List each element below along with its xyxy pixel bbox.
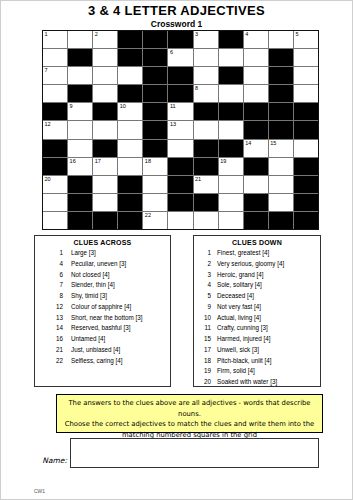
grid-cell[interactable]: 14 — [244, 140, 268, 157]
clue-number: 15 — [194, 334, 211, 345]
grid-cell[interactable] — [143, 194, 167, 211]
grid-cell-black — [68, 176, 92, 193]
clue-text: Large [3] — [71, 248, 96, 259]
clue-number: 9 — [194, 302, 211, 313]
grid-cell-black — [118, 176, 142, 193]
grid-cell-black — [194, 103, 218, 120]
grid-cell-black — [168, 158, 192, 175]
clues-across-list: 1Large [3]4Peculiar, uneven [3]6Not clos… — [35, 248, 170, 366]
grid-cell-black — [244, 121, 268, 138]
cell-number: 10 — [120, 103, 126, 109]
clue-text: Actual, living [4] — [217, 313, 261, 324]
grid-cell[interactable] — [219, 176, 243, 193]
clues-down-box: CLUES DOWN 1Finest, greatest [4]2Very se… — [193, 235, 321, 387]
grid-cell[interactable]: 20 — [43, 176, 67, 193]
clue-number: 17 — [194, 345, 211, 356]
clue-number: 3 — [194, 270, 211, 281]
grid-cell-black — [294, 194, 318, 211]
grid-cell-black — [43, 103, 67, 120]
grid-cell-black — [143, 121, 167, 138]
grid-cell[interactable]: 21 — [194, 176, 218, 193]
grid-cell[interactable]: 2 — [93, 31, 117, 48]
cell-number: 4 — [245, 31, 248, 37]
grid-cell-black — [219, 67, 243, 84]
grid-cell-black — [294, 158, 318, 175]
grid-cell[interactable] — [118, 67, 142, 84]
clue-item: 19Firm, solid [4] — [194, 366, 320, 377]
cell-number: 17 — [95, 158, 101, 164]
clue-text: Shy, timid [3] — [71, 291, 107, 302]
grid-cell-black — [269, 67, 293, 84]
grid-cell[interactable] — [43, 212, 67, 229]
clue-item: 15Harmed, injured [4] — [194, 334, 320, 345]
grid-cell-black — [194, 140, 218, 157]
grid-cell[interactable]: 18 — [143, 158, 167, 175]
cell-number: 20 — [45, 176, 51, 182]
grid-cell-black — [269, 212, 293, 229]
grid-cell[interactable]: 22 — [143, 212, 167, 229]
clue-text: Deceased [4] — [217, 291, 254, 302]
clue-item: 18Pitch-black, unlit [4] — [194, 356, 320, 367]
cell-number: 22 — [145, 212, 151, 218]
grid-cell[interactable] — [244, 49, 268, 66]
clue-number: 18 — [194, 356, 211, 367]
clue-text: Peculiar, uneven [3] — [71, 259, 126, 270]
grid-cell-black — [68, 85, 92, 102]
grid-cell-black — [43, 140, 67, 157]
grid-cell[interactable] — [93, 85, 117, 102]
grid-cell-black — [219, 140, 243, 157]
grid-cell[interactable] — [294, 67, 318, 84]
grid-cell[interactable] — [168, 140, 192, 157]
grid-cell[interactable] — [93, 176, 117, 193]
clue-number: 1 — [35, 248, 63, 259]
grid-cell[interactable]: 8 — [194, 85, 218, 102]
grid-cell-black — [68, 194, 92, 211]
clue-item: 1Large [3] — [35, 248, 170, 259]
clue-item: 14Reserved, bashful [3] — [35, 323, 170, 334]
cell-number: 1 — [45, 31, 48, 37]
clue-text: Slender, thin [4] — [71, 280, 115, 291]
grid-cell-black — [118, 49, 142, 66]
clue-text: Very serious, gloomy [4] — [217, 259, 284, 270]
cell-number: 7 — [45, 67, 48, 73]
clue-item: 13Short, near the bottom [3] — [35, 313, 170, 324]
grid-cell[interactable] — [93, 67, 117, 84]
cell-number: 16 — [70, 158, 76, 164]
clue-text: Selfless, caring [4] — [71, 356, 122, 367]
grid-cell-black — [43, 158, 67, 175]
clue-item: 6Not closed [4] — [35, 270, 170, 281]
cell-number: 14 — [245, 140, 251, 146]
grid-cell[interactable] — [269, 31, 293, 48]
clue-number: 21 — [35, 345, 63, 356]
grid-cell-black — [244, 158, 268, 175]
grid-cell-black — [168, 176, 192, 193]
clue-item: 1Finest, greatest [4] — [194, 248, 320, 259]
clue-text: Unwell, sick [3] — [217, 345, 259, 356]
clue-number: 10 — [194, 313, 211, 324]
grid-cell[interactable] — [244, 176, 268, 193]
grid-cell-black — [294, 176, 318, 193]
cell-number: 6 — [170, 49, 173, 55]
clue-item: 11Crafty, cunning [3] — [194, 323, 320, 334]
clue-number: 8 — [35, 291, 63, 302]
clue-item: 12Colour of sapphire [4] — [35, 302, 170, 313]
instruction-line: The answers to the clues above are all a… — [57, 398, 322, 419]
grid-cell-black — [168, 31, 192, 48]
grid-cell[interactable] — [219, 194, 243, 211]
clue-number: 2 — [194, 259, 211, 270]
grid-cell-black — [118, 85, 142, 102]
grid-cell[interactable] — [194, 67, 218, 84]
grid-cell[interactable] — [269, 176, 293, 193]
grid-cell[interactable]: 7 — [43, 67, 67, 84]
grid-cell[interactable]: 3 — [194, 31, 218, 48]
grid-cell[interactable] — [43, 194, 67, 211]
grid-cell-black — [68, 212, 92, 229]
grid-cell-black — [294, 121, 318, 138]
clue-text: Just, unbiased [4] — [71, 345, 120, 356]
clue-item: 5Deceased [4] — [194, 291, 320, 302]
instruction-box: The answers to the clues above are all a… — [56, 394, 323, 433]
grid-cell[interactable] — [168, 212, 192, 229]
grid-cell[interactable]: 10 — [118, 103, 142, 120]
cell-number: 13 — [170, 121, 176, 127]
grid-cell-black — [244, 103, 268, 120]
grid-cell-black — [93, 103, 117, 120]
grid-cell-black — [269, 85, 293, 102]
grid-cell[interactable] — [269, 194, 293, 211]
worksheet-page: 3 & 4 LETTER ADJECTIVES Crossword 1 1234… — [0, 0, 353, 500]
crossword-grid: 12345678910111213141516171819202122 — [42, 30, 319, 230]
cell-number: 11 — [170, 103, 176, 109]
clue-item: 21Just, unbiased [4] — [35, 345, 170, 356]
grid-cell[interactable] — [93, 194, 117, 211]
grid-cell[interactable]: 11 — [168, 103, 192, 120]
grid-cell-black — [143, 85, 167, 102]
grid-cell[interactable] — [244, 67, 268, 84]
cell-number: 15 — [270, 140, 276, 146]
grid-cell-black — [244, 194, 268, 211]
grid-cell[interactable] — [219, 85, 243, 102]
clue-number: 4 — [194, 280, 211, 291]
grid-cell[interactable]: 4 — [244, 31, 268, 48]
grid-cell[interactable] — [294, 140, 318, 157]
clue-item: 3Heroic, grand [4] — [194, 270, 320, 281]
grid-cell-black — [168, 85, 192, 102]
grid-cell-black — [143, 140, 167, 157]
clue-text: Heroic, grand [4] — [217, 270, 264, 281]
grid-cell-black — [269, 49, 293, 66]
cell-number: 9 — [70, 103, 73, 109]
grid-cell-black — [93, 212, 117, 229]
grid-cell[interactable]: 9 — [68, 103, 92, 120]
grid-cell[interactable]: 5 — [294, 31, 318, 48]
grid-cell[interactable] — [68, 121, 92, 138]
cell-number: 5 — [295, 31, 298, 37]
clue-text: Pitch-black, unlit [4] — [217, 356, 272, 367]
grid-cell[interactable] — [118, 140, 142, 157]
grid-cell-black — [143, 67, 167, 84]
clue-number: 11 — [194, 323, 211, 334]
grid-cell-black — [143, 49, 167, 66]
grid-cell[interactable]: 19 — [219, 158, 243, 175]
clues-down-list: 1Finest, greatest [4]2Very serious, gloo… — [194, 248, 320, 388]
grid-cell[interactable] — [244, 85, 268, 102]
clue-item: 22Selfless, caring [4] — [35, 356, 170, 367]
clue-number: 20 — [194, 377, 211, 388]
clue-item: 4Sole, solitary [4] — [194, 280, 320, 291]
grid-cell[interactable]: 6 — [168, 49, 192, 66]
grid-cell-black — [118, 31, 142, 48]
grid-cell-black — [294, 103, 318, 120]
clue-item: 2Very serious, gloomy [4] — [194, 259, 320, 270]
clue-number: 19 — [194, 366, 211, 377]
grid-cell[interactable] — [68, 67, 92, 84]
grid-cell-black — [269, 121, 293, 138]
clue-text: Sole, solitary [4] — [217, 280, 262, 291]
cell-number: 12 — [45, 121, 51, 127]
clue-number: 1 — [194, 248, 211, 259]
clue-text: Soaked with water [3] — [217, 377, 277, 388]
clue-item: 9Not very fast [4] — [194, 302, 320, 313]
clue-number: 4 — [35, 259, 63, 270]
cell-number: 8 — [195, 85, 198, 91]
grid-cell-black — [219, 31, 243, 48]
grid-cell[interactable] — [194, 212, 218, 229]
clue-number: 7 — [35, 280, 63, 291]
cell-number: 18 — [145, 158, 151, 164]
grid-cell[interactable] — [43, 49, 67, 66]
grid-cell[interactable] — [143, 176, 167, 193]
grid-cell[interactable] — [269, 158, 293, 175]
grid-cell-black — [294, 212, 318, 229]
grid-cell-black — [194, 158, 218, 175]
clue-number: 22 — [35, 356, 63, 367]
clue-item: 10Actual, living [4] — [194, 313, 320, 324]
page-title: 3 & 4 LETTER ADJECTIVES — [1, 3, 352, 18]
clue-number: 13 — [35, 313, 63, 324]
clue-text: Firm, solid [4] — [217, 366, 255, 377]
clue-text: Not closed [4] — [71, 270, 110, 281]
grid-cell-black — [219, 103, 243, 120]
grid-cell-black — [143, 31, 167, 48]
cell-number: 19 — [220, 158, 226, 164]
grid-cell-black — [269, 103, 293, 120]
clues-down-title: CLUES DOWN — [194, 239, 320, 246]
grid-cell[interactable]: 16 — [68, 158, 92, 175]
name-label: Name: — [35, 456, 67, 465]
grid-cell[interactable]: 15 — [269, 140, 293, 157]
grid-cell[interactable]: 17 — [93, 158, 117, 175]
clue-text: Reserved, bashful [3] — [71, 323, 131, 334]
grid-cell[interactable] — [68, 31, 92, 48]
grid-cell[interactable] — [219, 121, 243, 138]
grid-cell[interactable] — [93, 121, 117, 138]
clue-item: 17Unwell, sick [3] — [194, 345, 320, 356]
clue-text: Untamed [4] — [71, 334, 105, 345]
clues-across-box: CLUES ACROSS 1Large [3]4Peculiar, uneven… — [34, 235, 171, 387]
grid-cell[interactable] — [68, 140, 92, 157]
grid-cell[interactable] — [294, 49, 318, 66]
grid-cell[interactable] — [43, 85, 67, 102]
clue-number: 12 — [35, 302, 63, 313]
grid-cell-black — [118, 212, 142, 229]
clue-item: 4Peculiar, uneven [3] — [35, 259, 170, 270]
grid-cell[interactable] — [219, 49, 243, 66]
clue-text: Short, near the bottom [3] — [71, 313, 142, 324]
grid-cell[interactable] — [194, 121, 218, 138]
clue-text: Harmed, injured [4] — [217, 334, 271, 345]
clue-item: 8Shy, timid [3] — [35, 291, 170, 302]
cell-number: 21 — [195, 176, 201, 182]
instruction-line: Choose the correct adjectives to match t… — [57, 419, 322, 430]
clue-number: 14 — [35, 323, 63, 334]
clue-item: 7Slender, thin [4] — [35, 280, 170, 291]
grid-cell-black — [143, 103, 167, 120]
grid-cell[interactable] — [118, 158, 142, 175]
clue-item: 20Soaked with water [3] — [194, 377, 320, 388]
clue-text: Colour of sapphire [4] — [71, 302, 131, 313]
grid-cell[interactable] — [219, 212, 243, 229]
grid-cell-black — [93, 140, 117, 157]
grid-cell[interactable] — [194, 49, 218, 66]
page-subtitle: Crossword 1 — [1, 19, 352, 29]
name-input[interactable] — [70, 438, 319, 468]
grid-cell-black — [168, 194, 192, 211]
grid-cell-black — [194, 194, 218, 211]
clue-number: 16 — [35, 334, 63, 345]
clue-item: 16Untamed [4] — [35, 334, 170, 345]
grid-cell[interactable]: 13 — [168, 121, 192, 138]
grid-cell[interactable] — [294, 85, 318, 102]
grid-cell-black — [168, 67, 192, 84]
clues-across-title: CLUES ACROSS — [35, 239, 170, 246]
grid-cell[interactable] — [118, 121, 142, 138]
grid-cell-black — [118, 194, 142, 211]
cell-number: 3 — [195, 31, 198, 37]
cell-number: 2 — [95, 31, 98, 37]
grid-cell[interactable] — [93, 49, 117, 66]
grid-cell[interactable]: 12 — [43, 121, 67, 138]
clue-number: 6 — [35, 270, 63, 281]
footer-code: CW1 — [34, 488, 45, 494]
clue-text: Crafty, cunning [3] — [217, 323, 268, 334]
clue-text: Finest, greatest [4] — [217, 248, 269, 259]
grid-cell[interactable]: 1 — [43, 31, 67, 48]
clue-text: Not very fast [4] — [217, 302, 261, 313]
clue-number: 5 — [194, 291, 211, 302]
grid-cell-black — [244, 212, 268, 229]
grid-cell-black — [68, 49, 92, 66]
